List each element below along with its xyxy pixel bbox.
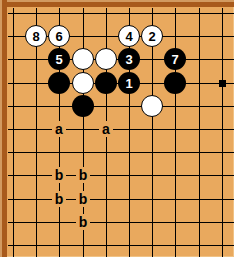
square-marker <box>219 80 226 87</box>
grid-line-horizontal <box>8 13 234 14</box>
grid-line-vertical <box>222 8 223 257</box>
white-stone <box>141 95 163 117</box>
point-label-b: b <box>52 191 66 207</box>
grid-line-vertical <box>175 8 176 257</box>
board-left-edge <box>0 0 7 257</box>
white-stone-move-2: 2 <box>141 25 163 47</box>
grid-line-vertical <box>13 8 14 257</box>
black-stone <box>95 72 117 94</box>
black-stone <box>72 95 94 117</box>
point-label-b: b <box>52 167 66 183</box>
black-stone-move-5: 5 <box>48 48 70 70</box>
white-stone-move-6: 6 <box>48 25 70 47</box>
board-top-edge <box>0 0 234 7</box>
point-label-a: a <box>99 121 113 137</box>
grid-line-horizontal <box>8 222 234 223</box>
grid-line-horizontal <box>8 129 234 130</box>
point-label-b: b <box>76 191 90 207</box>
black-stone <box>48 72 70 94</box>
black-stone-move-1: 1 <box>118 72 140 94</box>
point-label-b: b <box>76 214 90 230</box>
white-stone <box>95 48 117 70</box>
white-stone <box>72 72 94 94</box>
black-stone-move-3: 3 <box>118 48 140 70</box>
grid-line-horizontal <box>8 152 234 153</box>
grid-line-vertical <box>199 8 200 257</box>
black-stone-move-7: 7 <box>164 48 186 70</box>
grid-line-horizontal <box>8 106 234 107</box>
grid-line-horizontal <box>8 175 234 176</box>
point-label-a: a <box>52 121 66 137</box>
grid-line-horizontal <box>8 199 234 200</box>
white-stone-move-8: 8 <box>25 25 47 47</box>
black-stone <box>164 72 186 94</box>
white-stone <box>72 48 94 70</box>
white-stone-move-4: 4 <box>118 25 140 47</box>
go-board-diagram: 86425371aabbbbb <box>0 0 234 257</box>
grid-line-horizontal <box>8 245 234 246</box>
point-label-b: b <box>76 167 90 183</box>
